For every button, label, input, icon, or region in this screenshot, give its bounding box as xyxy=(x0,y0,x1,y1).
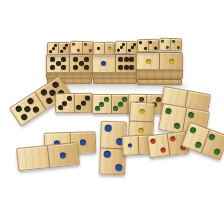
pip-black xyxy=(129,57,134,62)
pip-black xyxy=(50,65,55,70)
pip-black xyxy=(118,65,123,70)
pip-black xyxy=(23,105,31,113)
pip-black xyxy=(118,57,123,62)
pip-blue xyxy=(80,139,86,145)
pip-green xyxy=(104,97,109,102)
pip-black xyxy=(56,61,61,66)
domino-half xyxy=(126,42,137,53)
pip-black xyxy=(97,47,100,50)
domino-half xyxy=(73,94,92,112)
domino-half xyxy=(47,55,69,72)
pip-red xyxy=(161,148,167,154)
domino-half xyxy=(111,95,130,113)
domino-half xyxy=(130,102,154,121)
pip-black xyxy=(15,105,23,113)
pip-black xyxy=(58,105,63,110)
domino-half xyxy=(93,55,115,72)
domino-half xyxy=(69,55,92,72)
domino-2-2-green-top-right[interactable] xyxy=(159,38,182,51)
domino-half xyxy=(115,55,138,72)
domino-half xyxy=(94,43,104,54)
pip-black xyxy=(51,81,59,89)
pip-green xyxy=(95,106,100,111)
pip-blue xyxy=(115,164,122,171)
pip-black xyxy=(124,57,129,62)
pip-blue xyxy=(60,152,67,159)
domino-half xyxy=(170,39,181,50)
pip-green xyxy=(194,141,202,149)
pip-blue xyxy=(103,151,110,158)
pip-black xyxy=(20,113,28,121)
stack-right-edge xyxy=(137,79,182,85)
pip-black xyxy=(51,47,54,50)
pip-black xyxy=(154,46,157,49)
pip-yellow xyxy=(169,59,174,64)
domino-half xyxy=(148,134,169,157)
pip-green xyxy=(166,46,169,49)
domino-half xyxy=(58,43,69,54)
domino-half xyxy=(116,42,126,53)
pip-black xyxy=(124,65,129,70)
pip-green xyxy=(164,108,171,115)
domino-3-3-top-left[interactable] xyxy=(47,42,70,56)
domino-blank-1-blue[interactable] xyxy=(16,142,80,171)
domino-3-3-dark-chain[interactable] xyxy=(55,93,93,114)
stack-mid-edge-top xyxy=(92,72,138,79)
pip-green xyxy=(161,40,164,43)
domino-3-3-top-mid[interactable] xyxy=(115,41,138,54)
pip-black xyxy=(81,100,86,105)
pip-red xyxy=(150,138,156,144)
domino-half xyxy=(81,42,93,53)
pip-black xyxy=(139,41,142,44)
pip-blue xyxy=(104,125,111,132)
pip-black xyxy=(117,49,120,52)
pip-blue xyxy=(128,143,132,147)
pip-red xyxy=(170,136,176,142)
domino-1-1-top-mid[interactable] xyxy=(93,42,115,55)
pip-red xyxy=(72,43,75,46)
pip-green xyxy=(118,102,123,107)
pip-green xyxy=(208,133,216,141)
pip-yellow xyxy=(138,128,143,133)
pip-green xyxy=(177,46,180,49)
pip-black xyxy=(128,49,131,52)
stack-right-blank-face xyxy=(136,69,183,79)
domino-half xyxy=(160,39,170,50)
pip-green xyxy=(113,106,118,111)
pip-yellow xyxy=(108,47,111,50)
domino-half xyxy=(17,146,49,170)
pip-red xyxy=(77,49,80,52)
pip-red xyxy=(84,43,87,46)
pip-green xyxy=(99,102,104,107)
pip-black xyxy=(144,47,147,50)
pip-black xyxy=(84,57,89,62)
pip-black xyxy=(73,57,78,62)
pip-black xyxy=(62,47,65,50)
domino-5-5-front-left[interactable] xyxy=(46,54,93,73)
pip-black xyxy=(61,65,66,70)
pip-black xyxy=(73,65,78,70)
pip-black xyxy=(129,65,134,70)
pip-black xyxy=(149,41,152,44)
domino-1-6-front-mid[interactable] xyxy=(92,54,138,73)
pip-black xyxy=(61,57,66,62)
pip-green xyxy=(188,112,195,119)
pip-black xyxy=(85,96,90,101)
pip-green xyxy=(122,97,127,102)
pip-yellow xyxy=(139,109,144,114)
domino-half xyxy=(138,40,148,51)
domino-2-2-top-right[interactable] xyxy=(137,39,159,53)
pip-black xyxy=(62,101,67,106)
domino-half xyxy=(100,147,125,174)
domino-half xyxy=(56,94,74,112)
pip-green xyxy=(213,148,221,156)
pip-black xyxy=(32,105,40,113)
domino-half xyxy=(48,43,58,54)
pip-black xyxy=(84,65,89,70)
domino-half xyxy=(93,95,111,113)
pip-green xyxy=(189,126,197,134)
domino-3-3-green-chain[interactable] xyxy=(92,94,130,114)
pip-black xyxy=(67,96,72,101)
pip-green xyxy=(173,122,180,129)
pip-black xyxy=(50,57,55,62)
domino-half xyxy=(46,143,79,167)
pip-black xyxy=(79,61,84,66)
pip-yellow xyxy=(146,59,151,64)
domino-half xyxy=(123,136,138,155)
domino-table xyxy=(0,0,224,224)
pip-black xyxy=(49,50,52,53)
domino-half xyxy=(147,40,158,51)
domino-half xyxy=(103,43,114,54)
pip-black xyxy=(27,97,35,105)
domino-2-2-red-top-left[interactable] xyxy=(70,41,94,55)
pip-green xyxy=(172,40,175,43)
domino-1-1-yellow-front-right[interactable] xyxy=(136,52,183,70)
pip-black xyxy=(76,105,81,110)
domino-half xyxy=(137,53,159,69)
pip-black xyxy=(60,50,63,53)
domino-half xyxy=(71,42,82,53)
pip-black xyxy=(45,97,53,105)
pip-black xyxy=(130,46,133,49)
pip-red xyxy=(89,49,92,52)
domino-2-2-green-lower-right[interactable] xyxy=(181,122,224,161)
domino-half xyxy=(159,53,182,69)
pip-black xyxy=(40,89,48,97)
pip-black xyxy=(119,46,122,49)
pip-blue xyxy=(101,61,106,66)
